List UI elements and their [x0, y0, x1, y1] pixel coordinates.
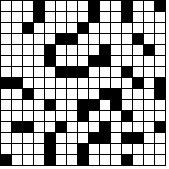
black-cell-r12c10	[100, 122, 110, 132]
white-cell-r12c1[interactable]	[1, 122, 11, 132]
white-cell-r11c10[interactable]	[100, 111, 110, 121]
white-cell-r2c5[interactable]	[45, 12, 55, 22]
black-cell-r12c2	[12, 122, 22, 132]
white-cell-r13c11[interactable]	[111, 133, 121, 143]
white-cell-r3c11[interactable]	[111, 23, 121, 33]
black-cell-r13c10	[100, 133, 110, 143]
white-cell-r1c14[interactable]	[144, 1, 154, 11]
white-cell-r13c4[interactable]	[34, 133, 44, 143]
black-cell-r9c3	[23, 89, 33, 99]
white-cell-r10c12[interactable]	[122, 100, 132, 110]
black-cell-r13c12	[122, 133, 132, 143]
white-cell-r13c3[interactable]	[23, 133, 33, 143]
black-cell-r14c8	[78, 144, 88, 154]
white-cell-r1c13[interactable]	[133, 1, 143, 11]
white-cell-r5c9[interactable]	[89, 45, 99, 55]
white-cell-r15c13[interactable]	[133, 155, 143, 165]
black-cell-r2c12	[122, 12, 132, 22]
white-cell-r15c15[interactable]	[155, 155, 165, 165]
black-cell-r1c9	[89, 1, 99, 11]
black-cell-r13c13	[133, 133, 143, 143]
white-cell-r5c7[interactable]	[67, 45, 77, 55]
white-cell-r6c4[interactable]	[34, 56, 44, 66]
black-cell-r6c5	[45, 56, 55, 66]
black-cell-r12c15	[155, 122, 165, 132]
white-cell-r10c7[interactable]	[67, 100, 77, 110]
white-cell-r10c4[interactable]	[34, 100, 44, 110]
white-cell-r11c13[interactable]	[133, 111, 143, 121]
black-cell-r12c3	[23, 122, 33, 132]
black-cell-r11c12	[122, 111, 132, 121]
white-cell-r11c14[interactable]	[144, 111, 154, 121]
white-cell-r7c3[interactable]	[23, 67, 33, 77]
black-cell-r13c5	[45, 133, 55, 143]
white-cell-r14c9[interactable]	[89, 144, 99, 154]
white-cell-r14c14[interactable]	[144, 144, 154, 154]
white-cell-r1c7[interactable]	[67, 1, 77, 11]
white-cell-r3c1[interactable]	[1, 23, 11, 33]
white-cell-r14c4[interactable]	[34, 144, 44, 154]
white-cell-r2c11[interactable]	[111, 12, 121, 22]
white-cell-r1c2[interactable]	[12, 1, 22, 11]
black-cell-r7c6	[56, 67, 66, 77]
black-cell-r2c9	[89, 12, 99, 22]
white-cell-r8c11[interactable]	[111, 78, 121, 88]
white-cell-r10c1[interactable]	[1, 100, 11, 110]
white-cell-r5c12[interactable]	[122, 45, 132, 55]
white-cell-r7c13[interactable]	[133, 67, 143, 77]
white-cell-r5c4[interactable]	[34, 45, 44, 55]
white-cell-r9c4[interactable]	[34, 89, 44, 99]
black-cell-r15c1	[1, 155, 11, 165]
white-cell-r13c14[interactable]	[144, 133, 154, 143]
black-cell-r9c15	[155, 89, 165, 99]
white-cell-r13c7[interactable]	[67, 133, 77, 143]
black-cell-r15c5	[45, 155, 55, 165]
black-cell-r6c9	[89, 56, 99, 66]
white-cell-r7c14[interactable]	[144, 67, 154, 77]
white-cell-r10c13[interactable]	[133, 100, 143, 110]
black-cell-r1c4	[34, 1, 44, 11]
white-cell-r11c4[interactable]	[34, 111, 44, 121]
black-cell-r15c12	[122, 155, 132, 165]
white-cell-r4c8[interactable]	[78, 34, 88, 44]
white-cell-r11c15[interactable]	[155, 111, 165, 121]
white-cell-r12c13[interactable]	[133, 122, 143, 132]
white-cell-r6c6[interactable]	[56, 56, 66, 66]
white-cell-r2c15[interactable]	[155, 12, 165, 22]
white-cell-r9c6[interactable]	[56, 89, 66, 99]
white-cell-r14c1[interactable]	[1, 144, 11, 154]
white-cell-r5c11[interactable]	[111, 45, 121, 55]
black-cell-r4c7	[67, 34, 77, 44]
white-cell-r9c2[interactable]	[12, 89, 22, 99]
white-cell-r2c3[interactable]	[23, 12, 33, 22]
white-cell-r2c14[interactable]	[144, 12, 154, 22]
black-cell-r3c8	[78, 23, 88, 33]
white-cell-r14c6[interactable]	[56, 144, 66, 154]
white-cell-r14c15[interactable]	[155, 144, 165, 154]
black-cell-r10c9	[89, 100, 99, 110]
white-cell-r8c9[interactable]	[89, 78, 99, 88]
white-cell-r14c2[interactable]	[12, 144, 22, 154]
white-cell-r7c11[interactable]	[111, 67, 121, 77]
white-cell-r11c9[interactable]	[89, 111, 99, 121]
white-cell-r3c14[interactable]	[144, 23, 154, 33]
black-cell-r13c9	[89, 133, 99, 143]
white-cell-r12c12[interactable]	[122, 122, 132, 132]
white-cell-r4c15[interactable]	[155, 34, 165, 44]
black-cell-r15c8	[78, 155, 88, 165]
white-cell-r8c7[interactable]	[67, 78, 77, 88]
white-cell-r10c10[interactable]	[100, 100, 110, 110]
white-cell-r15c4[interactable]	[34, 155, 44, 165]
white-cell-r15c11[interactable]	[111, 155, 121, 165]
white-cell-r6c7[interactable]	[67, 56, 77, 66]
white-cell-r2c1[interactable]	[1, 12, 11, 22]
white-cell-r4c1[interactable]	[1, 34, 11, 44]
white-cell-r7c2[interactable]	[12, 67, 22, 77]
white-cell-r3c7[interactable]	[67, 23, 77, 33]
white-cell-r5c6[interactable]	[56, 45, 66, 55]
white-cell-r3c6[interactable]	[56, 23, 66, 33]
white-cell-r12c14[interactable]	[144, 122, 154, 132]
black-cell-r1c15	[155, 1, 165, 11]
white-cell-r1c5[interactable]	[45, 1, 55, 11]
white-cell-r5c3[interactable]	[23, 45, 33, 55]
white-cell-r13c8[interactable]	[78, 133, 88, 143]
white-cell-r1c11[interactable]	[111, 1, 121, 11]
white-cell-r12c4[interactable]	[34, 122, 44, 132]
white-cell-r15c10[interactable]	[100, 155, 110, 165]
white-cell-r14c11[interactable]	[111, 144, 121, 154]
white-cell-r6c1[interactable]	[1, 56, 11, 66]
white-cell-r5c2[interactable]	[12, 45, 22, 55]
black-cell-r8c2	[12, 78, 22, 88]
black-cell-r5c14	[144, 45, 154, 55]
white-cell-r6c2[interactable]	[12, 56, 22, 66]
black-cell-r3c3	[23, 23, 33, 33]
white-cell-r3c9[interactable]	[89, 23, 99, 33]
white-cell-r3c12[interactable]	[122, 23, 132, 33]
white-cell-r5c1[interactable]	[1, 45, 11, 55]
white-cell-r6c12[interactable]	[122, 56, 132, 66]
white-cell-r3c13[interactable]	[133, 23, 143, 33]
white-cell-r4c11[interactable]	[111, 34, 121, 44]
white-cell-r11c6[interactable]	[56, 111, 66, 121]
white-cell-r6c3[interactable]	[23, 56, 33, 66]
white-cell-r9c7[interactable]	[67, 89, 77, 99]
black-cell-r7c7	[67, 67, 77, 77]
white-cell-r4c4[interactable]	[34, 34, 44, 44]
white-cell-r10c2[interactable]	[12, 100, 22, 110]
black-cell-r7c12	[122, 67, 132, 77]
white-cell-r15c2[interactable]	[12, 155, 22, 165]
white-cell-r9c14[interactable]	[144, 89, 154, 99]
white-cell-r4c5[interactable]	[45, 34, 55, 44]
white-cell-r12c9[interactable]	[89, 122, 99, 132]
white-cell-r3c5[interactable]	[45, 23, 55, 33]
white-cell-r2c10[interactable]	[100, 12, 110, 22]
white-cell-r4c3[interactable]	[23, 34, 33, 44]
white-cell-r7c5[interactable]	[45, 67, 55, 77]
white-cell-r14c13[interactable]	[133, 144, 143, 154]
white-cell-r15c14[interactable]	[144, 155, 154, 165]
white-cell-r9c13[interactable]	[133, 89, 143, 99]
white-cell-r4c2[interactable]	[12, 34, 22, 44]
white-cell-r8c5[interactable]	[45, 78, 55, 88]
white-cell-r5c15[interactable]	[155, 45, 165, 55]
black-cell-r1c12	[122, 1, 132, 11]
white-cell-r11c2[interactable]	[12, 111, 22, 121]
white-cell-r4c10[interactable]	[100, 34, 110, 44]
white-cell-r12c7[interactable]	[67, 122, 77, 132]
crossword-diagram	[0, 0, 169, 169]
crossword-grid	[0, 0, 166, 166]
white-cell-r14c10[interactable]	[100, 144, 110, 154]
black-cell-r9c10	[100, 89, 110, 99]
white-cell-r10c14[interactable]	[144, 100, 154, 110]
white-cell-r2c6[interactable]	[56, 12, 66, 22]
black-cell-r14c5	[45, 144, 55, 154]
white-cell-r1c3[interactable]	[23, 1, 33, 11]
white-cell-r11c11[interactable]	[111, 111, 121, 121]
white-cell-r3c10[interactable]	[100, 23, 110, 33]
white-cell-r9c5[interactable]	[45, 89, 55, 99]
white-cell-r12c8[interactable]	[78, 122, 88, 132]
white-cell-r8c4[interactable]	[34, 78, 44, 88]
white-cell-r13c15[interactable]	[155, 133, 165, 143]
white-cell-r8c8[interactable]	[78, 78, 88, 88]
white-cell-r2c13[interactable]	[133, 12, 143, 22]
white-cell-r1c1[interactable]	[1, 1, 11, 11]
white-cell-r8c6[interactable]	[56, 78, 66, 88]
white-cell-r12c11[interactable]	[111, 122, 121, 132]
white-cell-r4c9[interactable]	[89, 34, 99, 44]
white-cell-r14c12[interactable]	[122, 144, 132, 154]
white-cell-r2c8[interactable]	[78, 12, 88, 22]
white-cell-r6c8[interactable]	[78, 56, 88, 66]
white-cell-r10c3[interactable]	[23, 100, 33, 110]
white-cell-r1c6[interactable]	[56, 1, 66, 11]
white-cell-r10c15[interactable]	[155, 100, 165, 110]
black-cell-r10c5	[45, 100, 55, 110]
white-cell-r14c3[interactable]	[23, 144, 33, 154]
white-cell-r7c1[interactable]	[1, 67, 11, 77]
white-cell-r6c11[interactable]	[111, 56, 121, 66]
white-cell-r11c7[interactable]	[67, 111, 77, 121]
white-cell-r2c7[interactable]	[67, 12, 77, 22]
black-cell-r9c11	[111, 89, 121, 99]
white-cell-r6c15[interactable]	[155, 56, 165, 66]
black-cell-r6c10	[100, 56, 110, 66]
white-cell-r5c13[interactable]	[133, 45, 143, 55]
white-cell-r12c5[interactable]	[45, 122, 55, 132]
white-cell-r7c10[interactable]	[100, 67, 110, 77]
white-cell-r14c7[interactable]	[67, 144, 77, 154]
white-cell-r13c1[interactable]	[1, 133, 11, 143]
white-cell-r7c4[interactable]	[34, 67, 44, 77]
white-cell-r1c8[interactable]	[78, 1, 88, 11]
white-cell-r8c10[interactable]	[100, 78, 110, 88]
white-cell-r9c1[interactable]	[1, 89, 11, 99]
black-cell-r12c6	[56, 122, 66, 132]
black-cell-r10c11	[111, 100, 121, 110]
white-cell-r13c6[interactable]	[56, 133, 66, 143]
white-cell-r3c15[interactable]	[155, 23, 165, 33]
white-cell-r9c9[interactable]	[89, 89, 99, 99]
white-cell-r13c2[interactable]	[12, 133, 22, 143]
white-cell-r11c5[interactable]	[45, 111, 55, 121]
white-cell-r5c8[interactable]	[78, 45, 88, 55]
white-cell-r15c3[interactable]	[23, 155, 33, 165]
black-cell-r4c6	[56, 34, 66, 44]
white-cell-r8c12[interactable]	[122, 78, 132, 88]
black-cell-r2c4	[34, 12, 44, 22]
white-cell-r2c2[interactable]	[12, 12, 22, 22]
black-cell-r8c13	[133, 78, 143, 88]
black-cell-r5c10	[100, 45, 110, 55]
white-cell-r1c10[interactable]	[100, 1, 110, 11]
white-cell-r15c6[interactable]	[56, 155, 66, 165]
black-cell-r7c8	[78, 67, 88, 77]
white-cell-r15c7[interactable]	[67, 155, 77, 165]
black-cell-r8c15	[155, 78, 165, 88]
white-cell-r3c2[interactable]	[12, 23, 22, 33]
white-cell-r9c12[interactable]	[122, 89, 132, 99]
white-cell-r9c8[interactable]	[78, 89, 88, 99]
black-cell-r10c8	[78, 100, 88, 110]
white-cell-r15c9[interactable]	[89, 155, 99, 165]
black-cell-r11c8	[78, 111, 88, 121]
black-cell-r4c13	[133, 34, 143, 44]
white-cell-r4c14[interactable]	[144, 34, 154, 44]
white-cell-r7c9[interactable]	[89, 67, 99, 77]
white-cell-r8c3[interactable]	[23, 78, 33, 88]
white-cell-r10c6[interactable]	[56, 100, 66, 110]
white-cell-r11c1[interactable]	[1, 111, 11, 121]
black-cell-r8c1	[1, 78, 11, 88]
black-cell-r5c5	[45, 45, 55, 55]
white-cell-r8c14[interactable]	[144, 78, 154, 88]
white-cell-r7c15[interactable]	[155, 67, 165, 77]
white-cell-r3c4[interactable]	[34, 23, 44, 33]
white-cell-r6c14[interactable]	[144, 56, 154, 66]
white-cell-r11c3[interactable]	[23, 111, 33, 121]
white-cell-r4c12[interactable]	[122, 34, 132, 44]
white-cell-r6c13[interactable]	[133, 56, 143, 66]
